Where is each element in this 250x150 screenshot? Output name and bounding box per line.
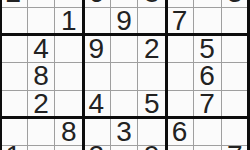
cell-r4c4[interactable]: 9 bbox=[83, 35, 111, 63]
cell-r8c3[interactable] bbox=[55, 146, 83, 150]
cell-r4c9[interactable] bbox=[222, 35, 250, 63]
box-border-vertical-2 bbox=[165, 0, 168, 150]
cell-r2c9[interactable]: 3 bbox=[222, 0, 250, 8]
cell-r3c6[interactable] bbox=[138, 8, 166, 36]
cell-r3c2[interactable] bbox=[28, 8, 56, 36]
cell-r7c8[interactable] bbox=[194, 118, 222, 146]
cell-r7c2[interactable] bbox=[28, 118, 56, 146]
cell-r2c8[interactable] bbox=[194, 0, 222, 8]
cell-r6c7[interactable] bbox=[166, 91, 194, 119]
cell-r3c7[interactable]: 7 bbox=[166, 8, 194, 36]
given-digit: 6 bbox=[89, 0, 105, 7]
cell-r5c8[interactable]: 6 bbox=[194, 63, 222, 91]
cell-r4c2[interactable]: 4 bbox=[28, 35, 56, 63]
given-digit: 8 bbox=[61, 118, 77, 146]
given-digit: 7 bbox=[199, 90, 215, 118]
cell-r8c1[interactable]: 1 bbox=[0, 146, 28, 150]
cell-r6c4[interactable]: 4 bbox=[83, 91, 111, 119]
cell-r5c7[interactable] bbox=[166, 63, 194, 91]
cell-r2c4[interactable]: 6 bbox=[83, 0, 111, 8]
given-digit: 1 bbox=[61, 7, 77, 35]
box-border-horizontal-1 bbox=[0, 33, 250, 36]
cell-r6c6[interactable]: 5 bbox=[138, 91, 166, 119]
cell-r6c2[interactable]: 2 bbox=[28, 91, 56, 119]
given-digit: 8 bbox=[33, 62, 49, 90]
given-digit: 7 bbox=[227, 142, 243, 150]
cell-r4c6[interactable]: 2 bbox=[138, 35, 166, 63]
cell-r8c8[interactable] bbox=[194, 146, 222, 150]
cell-r3c1[interactable] bbox=[0, 8, 28, 36]
cell-r8c2[interactable] bbox=[28, 146, 56, 150]
cell-r8c5[interactable] bbox=[111, 146, 139, 150]
given-digit: 3 bbox=[116, 118, 132, 146]
cell-r8c7[interactable] bbox=[166, 146, 194, 150]
given-digit: 4 bbox=[33, 35, 49, 63]
given-digit: 6 bbox=[199, 62, 215, 90]
cell-r4c7[interactable] bbox=[166, 35, 194, 63]
given-digit: 2 bbox=[6, 0, 22, 7]
cell-r5c4[interactable] bbox=[83, 63, 111, 91]
board-border-left bbox=[0, 0, 2, 150]
cell-r6c8[interactable]: 7 bbox=[194, 91, 222, 119]
box-border-vertical-1 bbox=[82, 0, 85, 150]
cell-r5c1[interactable] bbox=[0, 63, 28, 91]
given-digit: 2 bbox=[89, 142, 105, 150]
cell-r2c1[interactable]: 2 bbox=[0, 0, 28, 8]
given-digit: 3 bbox=[227, 0, 243, 7]
cell-r3c4[interactable] bbox=[83, 8, 111, 36]
sudoku-board: 268319749258624578361297 bbox=[0, 0, 249, 150]
cell-r5c9[interactable] bbox=[222, 63, 250, 91]
given-digit: 8 bbox=[144, 0, 160, 7]
board-border-right bbox=[247, 0, 250, 150]
cell-r6c9[interactable] bbox=[222, 91, 250, 119]
cell-r7c3[interactable]: 8 bbox=[55, 118, 83, 146]
given-digit: 5 bbox=[199, 35, 215, 63]
cell-r5c3[interactable] bbox=[55, 63, 83, 91]
cell-r2c6[interactable]: 8 bbox=[138, 0, 166, 8]
cell-r4c1[interactable] bbox=[0, 35, 28, 63]
cell-r5c5[interactable] bbox=[111, 63, 139, 91]
cell-r6c1[interactable] bbox=[0, 91, 28, 119]
cell-r6c5[interactable] bbox=[111, 91, 139, 119]
sudoku-board-viewport: 268319749258624578361297 bbox=[0, 0, 250, 150]
cell-r5c2[interactable]: 8 bbox=[28, 63, 56, 91]
given-digit: 4 bbox=[89, 90, 105, 118]
given-digit: 9 bbox=[144, 142, 160, 150]
given-digit: 9 bbox=[116, 7, 132, 35]
cell-r3c9[interactable] bbox=[222, 8, 250, 36]
cell-r3c8[interactable] bbox=[194, 8, 222, 36]
cell-r4c5[interactable] bbox=[111, 35, 139, 63]
given-digit: 5 bbox=[144, 90, 160, 118]
cell-r8c9[interactable]: 7 bbox=[222, 146, 250, 150]
box-border-horizontal-2 bbox=[0, 116, 250, 119]
cell-r6c3[interactable] bbox=[55, 91, 83, 119]
cell-r7c7[interactable]: 6 bbox=[166, 118, 194, 146]
cell-r7c5[interactable]: 3 bbox=[111, 118, 139, 146]
cell-r3c3[interactable]: 1 bbox=[55, 8, 83, 36]
cell-r8c6[interactable]: 9 bbox=[138, 146, 166, 150]
given-digit: 9 bbox=[89, 35, 105, 63]
cell-r2c2[interactable] bbox=[28, 0, 56, 8]
cell-r8c4[interactable]: 2 bbox=[83, 146, 111, 150]
cell-r5c6[interactable] bbox=[138, 63, 166, 91]
cell-r3c5[interactable]: 9 bbox=[111, 8, 139, 36]
given-digit: 1 bbox=[6, 142, 22, 150]
given-digit: 7 bbox=[172, 7, 188, 35]
given-digit: 6 bbox=[172, 118, 188, 146]
cell-r4c3[interactable] bbox=[55, 35, 83, 63]
given-digit: 2 bbox=[144, 35, 160, 63]
cell-r4c8[interactable]: 5 bbox=[194, 35, 222, 63]
given-digit: 2 bbox=[33, 90, 49, 118]
